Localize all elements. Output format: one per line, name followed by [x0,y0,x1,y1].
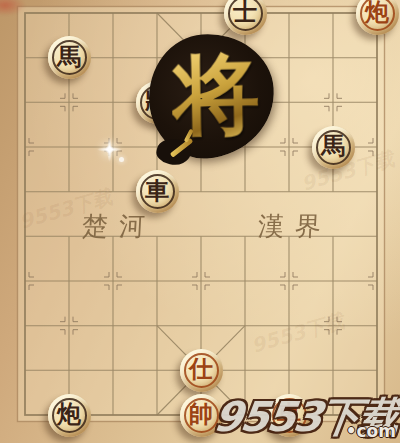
piece-black-horse[interactable]: 馬 [48,36,91,79]
piece-black-cannon[interactable]: 炮 [48,394,91,437]
piece-red-general[interactable]: 帥 [180,394,223,437]
piece-red-cannon[interactable]: 炮 [356,0,399,35]
piece-black-chariot[interactable]: 車 [136,170,179,213]
piece-character: 炮 [57,402,81,426]
piece-red-chariot[interactable]: 車 [268,394,311,437]
piece-black-advisor[interactable]: 士 [224,0,267,35]
xiangqi-app-screen: 楚河 漢界 9553下载 9553下载 9553下载 士炮馬士將馬車仕炮帥車 将… [0,0,400,443]
piece-character: 炮 [365,0,389,24]
piece-character: 馬 [57,45,81,69]
piece-character: 仕 [189,357,213,381]
piece-character: 馬 [321,134,345,158]
river-label-right: 漢界 [257,209,333,244]
piece-character: 帥 [189,402,213,426]
piece-red-advisor[interactable]: 仕 [180,349,223,392]
piece-character: 車 [145,179,169,203]
check-stamp-character: 将 [171,49,261,139]
piece-character: 士 [233,0,257,24]
river-label-left: 楚河 [81,209,157,244]
piece-black-horse[interactable]: 馬 [312,126,355,169]
piece-character: 車 [277,402,301,426]
